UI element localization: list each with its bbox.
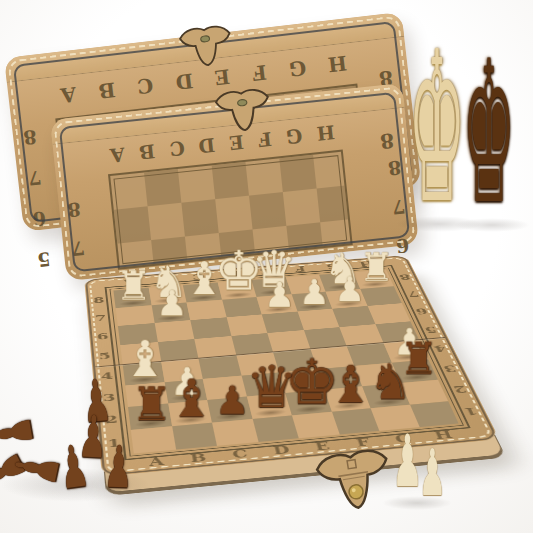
case-number: 8	[22, 127, 37, 147]
brass-snap-icon	[200, 35, 209, 42]
file-label: D	[258, 440, 304, 461]
chess-set-product-photo: ABCDEFGH 8 8765 ABCDEFGH 8 87 876 ♚ ♚ AB	[0, 0, 533, 533]
piece-dark-bishop-b2[interactable]: ♝	[168, 372, 215, 424]
case-letter: C	[168, 138, 185, 158]
case-letter: G	[288, 57, 307, 79]
square-d1[interactable]	[252, 415, 299, 442]
rank-label: 7	[87, 308, 115, 328]
square-g7[interactable]: ♟	[326, 289, 368, 309]
leather-clasp-icon	[170, 19, 243, 71]
case-letter: E	[229, 132, 245, 152]
piece-light-pawn-e7[interactable]: ♟	[264, 278, 295, 312]
brass-snap-icon	[237, 99, 247, 106]
case-letter: F	[251, 62, 267, 83]
square-d5[interactable]	[231, 333, 273, 355]
case-number: 7	[71, 238, 86, 258]
case-letter: H	[327, 53, 348, 75]
case-letter: D	[174, 71, 194, 93]
piece-dark-pawn-c2[interactable]: ♟	[215, 381, 250, 420]
spare-dark-pawn[interactable]: ♟	[103, 437, 134, 496]
piece-light-bishop-a4[interactable]: ♝	[122, 333, 167, 383]
large-king-dark: ♚	[455, 54, 523, 232]
case-number: 8	[67, 199, 82, 219]
piece-light-pawn-f7[interactable]: ♟	[299, 275, 330, 309]
case-number: 7	[27, 168, 42, 188]
piece-light-rook-a8[interactable]: ♜	[116, 266, 152, 306]
case-number: 5	[36, 249, 51, 269]
square-a1[interactable]	[131, 426, 176, 454]
case-rank-numbers: 87	[67, 199, 86, 258]
spare-light-pawn[interactable]: ♟	[418, 441, 446, 506]
rank-label: 6	[89, 326, 118, 347]
piece-dark-knight-g2[interactable]: ♞	[368, 357, 412, 406]
case-letter: H	[316, 122, 336, 143]
square-c8[interactable]: ♝	[183, 283, 222, 303]
case-number: 6	[32, 208, 47, 228]
case-letter: F	[258, 129, 273, 149]
square-a8[interactable]: ♜	[113, 288, 151, 308]
case-letter: D	[198, 135, 216, 156]
square-b7[interactable]: ♟	[151, 302, 190, 323]
case-letter: G	[285, 126, 303, 147]
case-corner-number: 8	[379, 128, 395, 153]
square-d2[interactable]: ♛	[246, 393, 291, 419]
square-a7[interactable]	[116, 305, 155, 326]
case-letter: B	[97, 79, 116, 101]
piece-light-bishop-c8[interactable]: ♝	[184, 255, 224, 300]
piece-light-pawn-g7[interactable]: ♟	[334, 273, 365, 307]
leather-clasp-icon	[206, 82, 280, 135]
square-a2[interactable]: ♜	[128, 403, 172, 429]
piece-light-pawn-b7[interactable]: ♟	[157, 286, 188, 321]
case-letter: C	[136, 75, 154, 97]
case-rank-numbers: 8765	[22, 127, 51, 270]
square-e6[interactable]	[262, 312, 304, 333]
square-c1[interactable]	[212, 419, 258, 446]
case-letter: B	[138, 141, 156, 162]
case-letter: A	[60, 84, 78, 106]
case-letter: A	[109, 144, 126, 164]
piece-dark-queen-d2[interactable]: ♛	[246, 358, 298, 416]
piece-dark-rook-a2[interactable]: ♜	[131, 382, 172, 428]
square-b2[interactable]: ♝	[168, 400, 212, 426]
file-label: B	[176, 447, 221, 469]
case-letter: E	[214, 66, 231, 88]
square-b1[interactable]	[172, 422, 217, 449]
